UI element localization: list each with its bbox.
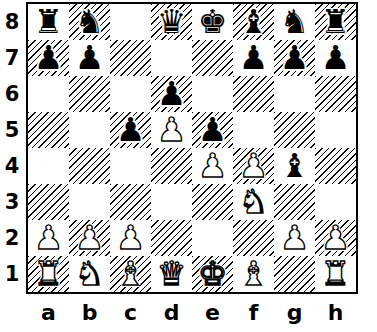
square-d5[interactable]: ♟ <box>151 112 192 148</box>
square-g3[interactable] <box>274 184 315 220</box>
rank-label-6: 6 <box>0 76 24 112</box>
square-c4[interactable] <box>110 148 151 184</box>
square-c6[interactable] <box>110 76 151 112</box>
rank-labels: 87654321 <box>0 4 24 292</box>
square-h5[interactable] <box>315 112 356 148</box>
file-label-c: c <box>110 296 151 328</box>
black-pawn-piece: ♟ <box>280 40 310 76</box>
white-pawn-piece: ♟ <box>34 220 64 256</box>
square-h2[interactable]: ♟ <box>315 220 356 256</box>
black-rook-piece: ♜ <box>34 4 64 40</box>
square-d8[interactable]: ♛ <box>151 4 192 40</box>
square-f4[interactable]: ♟ <box>233 148 274 184</box>
black-knight-piece: ♞ <box>280 4 310 40</box>
board: ♜♞♛♚♝♞♜♟♟♟♟♟♟♟♟♟♟♟♝♞♟♟♟♟♟♜♞♝♛♚♝♜ <box>26 2 358 294</box>
square-b1[interactable]: ♞ <box>69 256 110 292</box>
square-c3[interactable] <box>110 184 151 220</box>
square-h8[interactable]: ♜ <box>315 4 356 40</box>
file-label-g: g <box>274 296 315 328</box>
square-h1[interactable]: ♜ <box>315 256 356 292</box>
white-pawn-piece: ♟ <box>75 220 105 256</box>
white-king-piece: ♚ <box>198 256 228 292</box>
white-pawn-piece: ♟ <box>116 220 146 256</box>
black-pawn-piece: ♟ <box>321 40 351 76</box>
square-a6[interactable] <box>28 76 69 112</box>
square-c7[interactable] <box>110 40 151 76</box>
white-pawn-piece: ♟ <box>157 112 187 148</box>
black-bishop-piece: ♝ <box>239 4 269 40</box>
file-labels: abcdefgh <box>28 296 356 328</box>
file-label-f: f <box>233 296 274 328</box>
square-b3[interactable] <box>69 184 110 220</box>
white-queen-piece: ♛ <box>157 256 187 292</box>
rank-label-5: 5 <box>0 112 24 148</box>
black-pawn-piece: ♟ <box>116 112 146 148</box>
black-knight-piece: ♞ <box>75 4 105 40</box>
square-d7[interactable] <box>151 40 192 76</box>
square-e3[interactable] <box>192 184 233 220</box>
rank-label-4: 4 <box>0 148 24 184</box>
square-e2[interactable] <box>192 220 233 256</box>
square-c2[interactable]: ♟ <box>110 220 151 256</box>
square-c5[interactable]: ♟ <box>110 112 151 148</box>
square-g1[interactable] <box>274 256 315 292</box>
square-b7[interactable]: ♟ <box>69 40 110 76</box>
square-f8[interactable]: ♝ <box>233 4 274 40</box>
square-b4[interactable] <box>69 148 110 184</box>
black-bishop-piece: ♝ <box>280 148 310 184</box>
black-rook-piece: ♜ <box>321 4 351 40</box>
square-e7[interactable] <box>192 40 233 76</box>
square-d3[interactable] <box>151 184 192 220</box>
square-a3[interactable] <box>28 184 69 220</box>
chess-board-diagram: 87654321 ♜♞♛♚♝♞♜♟♟♟♟♟♟♟♟♟♟♟♝♞♟♟♟♟♟♜♞♝♛♚♝… <box>0 0 377 332</box>
white-bishop-piece: ♝ <box>239 256 269 292</box>
rank-label-2: 2 <box>0 220 24 256</box>
square-d1[interactable]: ♛ <box>151 256 192 292</box>
square-f7[interactable]: ♟ <box>233 40 274 76</box>
black-king-piece: ♚ <box>198 4 228 40</box>
square-b8[interactable]: ♞ <box>69 4 110 40</box>
black-pawn-piece: ♟ <box>34 40 64 76</box>
rank-label-8: 8 <box>0 4 24 40</box>
white-rook-piece: ♜ <box>34 256 64 292</box>
square-g6[interactable] <box>274 76 315 112</box>
white-bishop-piece: ♝ <box>116 256 146 292</box>
square-b6[interactable] <box>69 76 110 112</box>
white-pawn-piece: ♟ <box>280 220 310 256</box>
white-rook-piece: ♜ <box>321 256 351 292</box>
square-g5[interactable] <box>274 112 315 148</box>
square-g4[interactable]: ♝ <box>274 148 315 184</box>
square-b2[interactable]: ♟ <box>69 220 110 256</box>
file-label-e: e <box>192 296 233 328</box>
square-h7[interactable]: ♟ <box>315 40 356 76</box>
black-pawn-piece: ♟ <box>75 40 105 76</box>
white-pawn-piece: ♟ <box>198 148 228 184</box>
square-g8[interactable]: ♞ <box>274 4 315 40</box>
square-e4[interactable]: ♟ <box>192 148 233 184</box>
square-h4[interactable] <box>315 148 356 184</box>
white-pawn-piece: ♟ <box>239 148 269 184</box>
square-f1[interactable]: ♝ <box>233 256 274 292</box>
rank-label-1: 1 <box>0 256 24 292</box>
square-b5[interactable] <box>69 112 110 148</box>
rank-label-7: 7 <box>0 40 24 76</box>
square-g2[interactable]: ♟ <box>274 220 315 256</box>
square-a2[interactable]: ♟ <box>28 220 69 256</box>
square-e6[interactable] <box>192 76 233 112</box>
square-a8[interactable]: ♜ <box>28 4 69 40</box>
square-c8[interactable] <box>110 4 151 40</box>
rank-label-3: 3 <box>0 184 24 220</box>
square-d2[interactable] <box>151 220 192 256</box>
square-a4[interactable] <box>28 148 69 184</box>
square-g7[interactable]: ♟ <box>274 40 315 76</box>
square-f2[interactable] <box>233 220 274 256</box>
square-a5[interactable] <box>28 112 69 148</box>
square-f5[interactable] <box>233 112 274 148</box>
white-knight-piece: ♞ <box>239 184 269 220</box>
black-pawn-piece: ♟ <box>157 76 187 112</box>
square-d4[interactable] <box>151 148 192 184</box>
white-pawn-piece: ♟ <box>321 220 351 256</box>
file-label-b: b <box>69 296 110 328</box>
square-a1[interactable]: ♜ <box>28 256 69 292</box>
square-h6[interactable] <box>315 76 356 112</box>
square-h3[interactable] <box>315 184 356 220</box>
file-label-h: h <box>315 296 356 328</box>
square-e1[interactable]: ♚ <box>192 256 233 292</box>
black-pawn-piece: ♟ <box>239 40 269 76</box>
white-knight-piece: ♞ <box>75 256 105 292</box>
square-a7[interactable]: ♟ <box>28 40 69 76</box>
square-f3[interactable]: ♞ <box>233 184 274 220</box>
file-label-d: d <box>151 296 192 328</box>
square-e5[interactable]: ♟ <box>192 112 233 148</box>
black-pawn-piece: ♟ <box>198 112 228 148</box>
black-queen-piece: ♛ <box>157 4 187 40</box>
square-e8[interactable]: ♚ <box>192 4 233 40</box>
square-c1[interactable]: ♝ <box>110 256 151 292</box>
file-label-a: a <box>28 296 69 328</box>
square-f6[interactable] <box>233 76 274 112</box>
square-d6[interactable]: ♟ <box>151 76 192 112</box>
